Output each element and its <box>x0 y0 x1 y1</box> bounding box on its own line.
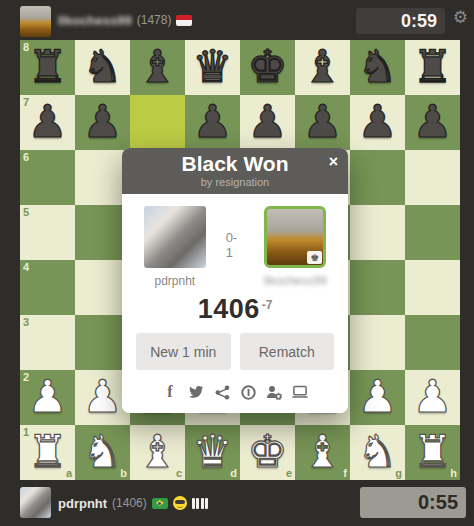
square-g3[interactable] <box>350 315 405 370</box>
black-queen-d8[interactable]: ♛ <box>185 40 240 95</box>
square-h6[interactable] <box>405 150 460 205</box>
square-e8[interactable]: ♚ <box>240 40 295 95</box>
square-d8[interactable]: ♛ <box>185 40 240 95</box>
bottom-player-clock: 0:55 <box>360 487 466 518</box>
white-knight-b1[interactable]: ♞ <box>75 425 130 480</box>
square-b8[interactable]: ♞ <box>75 40 130 95</box>
square-c8[interactable]: ♝ <box>130 40 185 95</box>
black-pawn-f7[interactable]: ♟ <box>295 95 350 150</box>
indonesia-flag-icon <box>176 15 192 26</box>
square-h2[interactable]: ♟ <box>405 370 460 425</box>
black-rook-a8[interactable]: ♜ <box>20 40 75 95</box>
game-over-dialog: Black Won by resignation × pdrpnht 0-1 ♚… <box>122 148 348 413</box>
black-pawn-h7[interactable]: ♟ <box>405 95 460 150</box>
black-pawn-b7[interactable]: ♟ <box>75 95 130 150</box>
white-rook-a1[interactable]: ♜ <box>20 425 75 480</box>
white-knight-g1[interactable]: ♞ <box>350 425 405 480</box>
square-g4[interactable] <box>350 260 405 315</box>
dialog-header: Black Won by resignation × <box>122 148 348 194</box>
square-c7[interactable] <box>130 95 185 150</box>
square-g6[interactable] <box>350 150 405 205</box>
result-subtitle: by resignation <box>122 176 348 188</box>
bottom-player-rating: (1406) <box>112 496 147 510</box>
rank-label: 6 <box>23 151 29 163</box>
rank-label: 3 <box>23 316 29 328</box>
bottom-player-name[interactable]: pdrpnht <box>58 496 107 511</box>
white-queen-d1[interactable]: ♛ <box>185 425 240 480</box>
black-bishop-f8[interactable]: ♝ <box>295 40 350 95</box>
square-h8[interactable]: ♜ <box>405 40 460 95</box>
square-a5[interactable]: 5 <box>20 205 75 260</box>
square-h1[interactable]: h♜ <box>405 425 460 480</box>
black-knight-g8[interactable]: ♞ <box>350 40 405 95</box>
new-rating: 1406 <box>198 294 260 324</box>
share-icon[interactable] <box>214 384 230 400</box>
square-a6[interactable]: 6 <box>20 150 75 205</box>
black-king-e8[interactable]: ♚ <box>240 40 295 95</box>
top-player-name[interactable]: Ilkochess99 <box>58 13 132 28</box>
close-icon[interactable]: × <box>329 154 338 170</box>
right-player-name[interactable]: Ilkochess99 <box>256 274 334 288</box>
square-h7[interactable]: ♟ <box>405 95 460 150</box>
square-h4[interactable] <box>405 260 460 315</box>
result-title: Black Won <box>122 153 348 175</box>
square-d1[interactable]: d♛ <box>185 425 240 480</box>
brazil-flag-icon <box>152 498 168 509</box>
top-player-bar: Ilkochess99 (1478) 0:59 ⚙ <box>0 0 474 40</box>
rank-label: 4 <box>23 261 29 273</box>
square-a2[interactable]: 2♟ <box>20 370 75 425</box>
square-c1[interactable]: c♝ <box>130 425 185 480</box>
square-h5[interactable] <box>405 205 460 260</box>
facebook-icon[interactable]: f <box>162 384 178 400</box>
left-player-avatar[interactable] <box>144 206 206 268</box>
rating-delta: -7 <box>262 298 273 312</box>
white-pawn-a2[interactable]: ♟ <box>20 370 75 425</box>
square-g7[interactable]: ♟ <box>350 95 405 150</box>
black-rook-h8[interactable]: ♜ <box>405 40 460 95</box>
square-g8[interactable]: ♞ <box>350 40 405 95</box>
settings-gear-icon[interactable]: ⚙ <box>453 9 468 26</box>
black-pawn-a7[interactable]: ♟ <box>20 95 75 150</box>
square-a7[interactable]: 7♟ <box>20 95 75 150</box>
square-a1[interactable]: 1a♜ <box>20 425 75 480</box>
square-f7[interactable]: ♟ <box>295 95 350 150</box>
square-g2[interactable]: ♟ <box>350 370 405 425</box>
square-f8[interactable]: ♝ <box>295 40 350 95</box>
square-g1[interactable]: g♞ <box>350 425 405 480</box>
winner-badge-icon: ♚ <box>307 251 322 264</box>
challenge-icon[interactable] <box>266 384 282 400</box>
square-g5[interactable] <box>350 205 405 260</box>
sunglasses-smiley-icon <box>173 496 187 510</box>
bottom-player-bar: pdrpnht (1406) 0:55 <box>0 480 474 526</box>
new-game-button[interactable]: New 1 min <box>136 333 231 370</box>
top-player-clock: 0:59 <box>356 8 445 34</box>
white-pawn-h2[interactable]: ♟ <box>405 370 460 425</box>
white-bishop-c1[interactable]: ♝ <box>130 425 185 480</box>
square-h3[interactable] <box>405 315 460 370</box>
right-player-avatar[interactable]: ♚ <box>264 206 326 268</box>
chess-app: Ilkochess99 (1478) 0:59 ⚙ 8♜♞♝♛♚♝♞♜7♟♟♟♟… <box>0 0 474 526</box>
rematch-button[interactable]: Rematch <box>240 333 335 370</box>
black-knight-b8[interactable]: ♞ <box>75 40 130 95</box>
square-f1[interactable]: f♝ <box>295 425 350 480</box>
square-a8[interactable]: 8♜ <box>20 40 75 95</box>
square-b7[interactable]: ♟ <box>75 95 130 150</box>
square-e1[interactable]: e♚ <box>240 425 295 480</box>
white-king-e1[interactable]: ♚ <box>240 425 295 480</box>
black-pawn-g7[interactable]: ♟ <box>350 95 405 150</box>
bottom-player-avatar[interactable] <box>20 487 51 518</box>
twitter-icon[interactable] <box>188 384 204 400</box>
connection-bars-icon <box>192 498 209 509</box>
rank-label: 5 <box>23 206 29 218</box>
square-a3[interactable]: 3 <box>20 315 75 370</box>
black-pawn-e7[interactable]: ♟ <box>240 95 295 150</box>
game-score: 0-1 <box>226 230 245 260</box>
black-pawn-d7[interactable]: ♟ <box>185 95 240 150</box>
white-pawn-g2[interactable]: ♟ <box>350 370 405 425</box>
top-player-rating: (1478) <box>137 13 172 27</box>
square-d7[interactable]: ♟ <box>185 95 240 150</box>
white-bishop-f1[interactable]: ♝ <box>295 425 350 480</box>
info-icon[interactable] <box>240 384 256 400</box>
square-e7[interactable]: ♟ <box>240 95 295 150</box>
computer-icon[interactable] <box>292 384 308 400</box>
left-player-name[interactable]: pdrpnht <box>136 274 214 288</box>
white-rook-h1[interactable]: ♜ <box>405 425 460 480</box>
square-a4[interactable]: 4 <box>20 260 75 315</box>
black-bishop-c8[interactable]: ♝ <box>130 40 185 95</box>
square-b1[interactable]: b♞ <box>75 425 130 480</box>
top-player-avatar[interactable] <box>20 6 51 37</box>
